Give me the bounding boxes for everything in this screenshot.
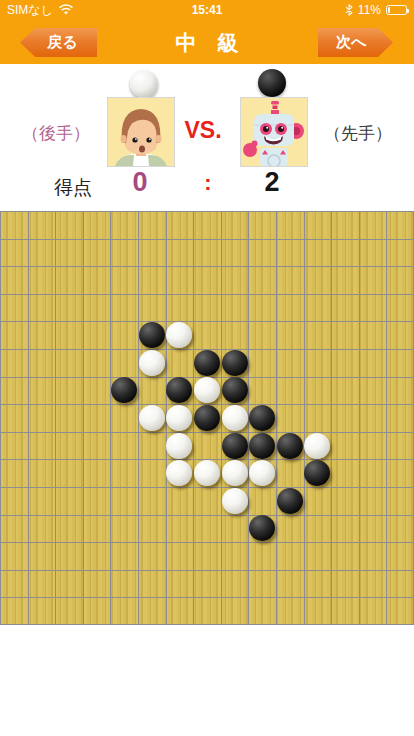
white-stone [249,460,275,486]
nav-bar: 中 級 戻る 次へ [0,20,414,64]
left-player-label: （後手） [8,122,104,145]
black-stone [194,405,220,431]
score-separator: : [199,170,217,196]
black-stone [166,377,192,403]
black-stone-indicator [258,69,286,97]
black-stone [222,377,248,403]
black-stone [249,405,275,431]
white-stone [304,433,330,459]
white-stone [222,405,248,431]
white-stone [139,405,165,431]
vs-label: VS. [180,117,226,144]
white-stone [222,488,248,514]
white-stone [194,377,220,403]
white-stone [166,460,192,486]
white-stone [194,460,220,486]
black-stone [249,515,275,541]
status-bar: SIMなし 15:41 11% [0,0,414,20]
white-stone [166,322,192,348]
black-stone [277,433,303,459]
white-stone-indicator [130,70,158,98]
black-stone [304,460,330,486]
black-stone [194,350,220,376]
black-stone [277,488,303,514]
white-stone [139,350,165,376]
robot-avatar [240,97,308,167]
black-stone [222,350,248,376]
score-label: 得点 [54,175,92,201]
clock: 15:41 [0,3,414,17]
white-stone [166,405,192,431]
back-button[interactable]: 戻る [20,28,97,57]
black-stone [111,377,137,403]
white-stone [166,433,192,459]
app-screen: SIMなし 15:41 11% 中 級 戻る [0,0,414,736]
gomoku-board[interactable] [0,211,414,625]
human-avatar [107,97,175,167]
right-player-score: 2 [250,167,294,198]
left-player-score: 0 [118,167,162,198]
right-player-label: （先手） [310,122,406,145]
black-stone [139,322,165,348]
black-stone [222,433,248,459]
match-panel: （後手） VS. （先手） 得点 0 : 2 [0,64,414,211]
white-stone [222,460,248,486]
black-stone [249,433,275,459]
next-button[interactable]: 次へ [318,28,393,57]
battery-icon [386,5,407,15]
